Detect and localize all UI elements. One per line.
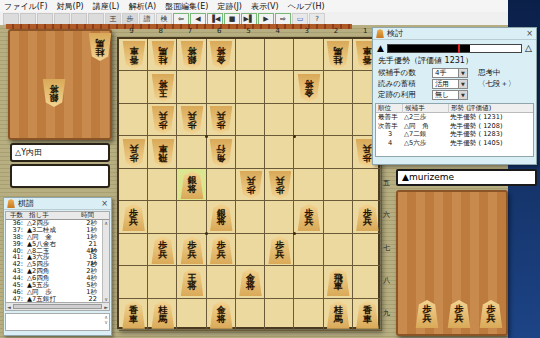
file-label-8: 8 <box>146 27 175 35</box>
square-7-6[interactable] <box>177 201 206 233</box>
square-1-7[interactable] <box>353 234 382 266</box>
square-8-5[interactable] <box>148 169 177 201</box>
gote-piece-桂馬[interactable]: 桂馬 <box>88 33 112 61</box>
evaluation-bar <box>387 44 522 53</box>
star-point <box>293 232 296 235</box>
menu-item-3[interactable]: 解析(A) <box>128 1 156 12</box>
file-label-9: 9 <box>117 27 146 35</box>
square-7-4[interactable] <box>177 136 206 168</box>
square-6-5[interactable] <box>207 169 236 201</box>
analysis-close-icon[interactable]: × <box>526 29 533 38</box>
analysis-window: 検討 × ▲ △ 先手優勢（評価値 1231） 候補手の数4手▼思考中読みの蓄積… <box>372 27 537 165</box>
scrollbar-thumb[interactable] <box>13 304 102 309</box>
square-6-8[interactable] <box>207 266 236 298</box>
menu-item-7[interactable]: ヘルプ(H) <box>288 1 325 12</box>
square-1-5[interactable] <box>353 169 382 201</box>
kifu-vertical-scrollbar[interactable]: ∧ ∨ <box>102 220 109 302</box>
control-row-0: 候補手の数4手▼思考中 <box>373 67 536 78</box>
evaluation-row: ▲ △ <box>373 40 536 54</box>
rank-label-9: 九 <box>383 297 390 329</box>
gote-captured-tray: 桂馬銀将 <box>8 29 112 140</box>
sente-mark: ▲ <box>377 43 384 53</box>
square-2-2[interactable] <box>324 71 353 103</box>
square-4-2[interactable] <box>265 71 294 103</box>
square-5-2[interactable] <box>236 71 265 103</box>
sente-captured-tray: 歩兵歩兵歩兵 <box>396 190 508 336</box>
new-kifu-button[interactable] <box>3 13 19 25</box>
square-2-3[interactable] <box>324 104 353 136</box>
board-edit-button[interactable]: 王 <box>105 13 121 25</box>
square-2-7[interactable] <box>324 234 353 266</box>
kifu-close-icon[interactable]: × <box>101 199 108 208</box>
square-3-5[interactable] <box>294 169 323 201</box>
square-4-8[interactable] <box>265 266 294 298</box>
file-label-6: 6 <box>205 27 234 35</box>
evaluation-bar-marker <box>458 44 460 53</box>
square-3-3[interactable] <box>294 104 323 136</box>
square-4-3[interactable] <box>265 104 294 136</box>
analysis-title: 検討 <box>387 28 403 39</box>
stop-button[interactable]: ■ <box>224 13 240 25</box>
to-start-button[interactable]: ⇦ <box>173 13 189 25</box>
save-kifu-button[interactable] <box>37 13 53 25</box>
back-button[interactable]: ◀ <box>190 13 206 25</box>
dropdown-0[interactable]: 4手▼ <box>432 68 468 78</box>
chevron-down-icon: ▼ <box>458 80 467 88</box>
dropdown-2[interactable]: 無し▼ <box>432 90 468 100</box>
square-6-2[interactable] <box>207 71 236 103</box>
file-label-4: 4 <box>263 27 292 35</box>
menu-item-2[interactable]: 講座(L) <box>93 1 120 12</box>
shogi-app-window: ファイル(F)対局(P)講座(L)解析(A)盤面編集(E)定跡(J)表示(V)ヘ… <box>0 0 508 338</box>
square-3-8[interactable] <box>294 266 323 298</box>
gote-info-box <box>10 164 110 188</box>
square-5-7[interactable] <box>236 234 265 266</box>
kifu-window: 棋譜 × 手数 指し手 時間 36:△2四歩2秒37:▲3二桂成1秒38:△同 … <box>3 197 112 336</box>
square-8-6[interactable] <box>148 201 177 233</box>
analysis-titlebar[interactable]: 検討 × <box>373 28 536 40</box>
scroll-left-icon[interactable]: ◄ <box>7 304 11 310</box>
candidate-row-3[interactable]: 4△5六歩先手優勢 ( 1405) <box>376 139 533 148</box>
scroll-down-icon[interactable]: ∨ <box>104 296 108 302</box>
analysis-window-button[interactable]: 検 <box>156 13 172 25</box>
square-9-7[interactable] <box>119 234 148 266</box>
square-4-9[interactable] <box>265 299 294 331</box>
square-3-7[interactable] <box>294 234 323 266</box>
analysis-piece-icon <box>376 29 384 38</box>
menu-bar: ファイル(F)対局(P)講座(L)解析(A)盤面編集(E)定跡(J)表示(V)ヘ… <box>0 0 508 12</box>
square-4-1[interactable] <box>265 39 294 71</box>
rank-label-8: 八 <box>383 264 390 296</box>
control-row-1: 読みの蓄積活用▼〈七段＋〉 <box>373 78 536 89</box>
candidate-row-2[interactable]: 3△7二銀先手優勢 ( 1283) <box>376 130 533 139</box>
square-8-8[interactable] <box>148 266 177 298</box>
sente-player-name: ▲murizeme <box>396 169 537 186</box>
scroll-right-icon[interactable]: ► <box>104 304 108 310</box>
control-row-2: 定跡の利用無し▼ <box>373 89 536 100</box>
menu-item-4[interactable]: 盤面編集(E) <box>165 1 208 12</box>
candidate-table-header: 順位候補手形勢 (評価値) <box>376 104 533 113</box>
kifu-header: 手数 指し手 時間 <box>5 211 110 220</box>
square-9-8[interactable] <box>119 266 148 298</box>
kifu-window-button[interactable]: 譜 <box>139 13 155 25</box>
scroll-up-icon[interactable]: ∧ <box>104 220 108 226</box>
forward-button[interactable]: ▶ <box>258 13 274 25</box>
chevron-down-icon: ▼ <box>458 69 467 77</box>
comment-scroll-icons[interactable]: ∧∨ <box>104 315 108 325</box>
square-2-5[interactable] <box>324 169 353 201</box>
square-3-9[interactable] <box>294 299 323 331</box>
square-2-6[interactable] <box>324 201 353 233</box>
evaluation-text: 先手優勢（評価値 1231） <box>373 54 536 67</box>
print-button[interactable] <box>54 13 70 25</box>
square-9-5[interactable] <box>119 169 148 201</box>
kifu-title: 棋譜 <box>18 198 34 209</box>
gote-player-name-text: △Y内田 <box>15 148 42 157</box>
rank-label-6: 六 <box>383 199 390 231</box>
square-5-1[interactable] <box>236 39 265 71</box>
candidate-table-rows: 最善手△2三歩先手優勢 ( 1231)次善手△同 角先手優勢 ( 1208)3△… <box>376 113 533 147</box>
kifu-horizontal-scrollbar[interactable]: ◄ ► <box>5 303 110 311</box>
square-2-4[interactable] <box>324 136 353 168</box>
file-label-2: 2 <box>322 27 351 35</box>
square-4-6[interactable] <box>265 201 294 233</box>
file-label-7: 7 <box>175 27 204 35</box>
kifu-titlebar[interactable]: 棋譜 × <box>4 198 111 210</box>
chevron-down-icon: ▼ <box>458 91 467 99</box>
square-7-2[interactable] <box>177 71 206 103</box>
piece-set-button[interactable]: 歩 <box>122 13 138 25</box>
sente-piece-歩兵[interactable]: 歩兵 <box>479 300 503 328</box>
menu-item-6[interactable]: 表示(V) <box>251 1 279 12</box>
square-5-9[interactable] <box>236 299 265 331</box>
help-button[interactable]: ? <box>309 13 325 25</box>
copy-button[interactable] <box>71 13 87 25</box>
square-9-2[interactable] <box>119 71 148 103</box>
candidate-row-1[interactable]: 次善手△同 角先手優勢 ( 1208) <box>376 122 533 131</box>
shogi-board[interactable]: 香車桂馬銀将金将桂馬香車玉将金将歩兵歩兵歩兵歩兵飛車角行歩兵銀将歩兵歩兵歩兵銀将… <box>117 37 380 329</box>
sente-player-name-text: ▲murizeme <box>402 172 454 182</box>
star-point <box>293 135 296 138</box>
gote-mark: △ <box>525 43 532 53</box>
paste-button[interactable] <box>88 13 104 25</box>
square-5-4[interactable] <box>236 136 265 168</box>
kifu-move-list[interactable]: 36:△2四歩2秒37:▲3二桂成1秒38:△同 金1秒39:▲5八金右21秒4… <box>5 220 110 303</box>
kifu-piece-icon <box>7 199 15 208</box>
menu-item-1[interactable]: 対局(P) <box>57 1 84 12</box>
square-3-4[interactable] <box>294 136 323 168</box>
dropdown-1[interactable]: 活用▼ <box>432 79 468 89</box>
square-5-3[interactable] <box>236 104 265 136</box>
to-end-button[interactable]: ⇨ <box>275 13 291 25</box>
menu-item-5[interactable]: 定跡(J) <box>217 1 242 12</box>
file-label-3: 3 <box>292 27 321 35</box>
analysis-controls: 候補手の数4手▼思考中読みの蓄積活用▼〈七段＋〉定跡の利用無し▼ <box>373 67 536 100</box>
square-7-9[interactable] <box>177 299 206 331</box>
sente-piece-歩兵[interactable]: 歩兵 <box>447 300 471 328</box>
kifu-row-47[interactable]: 47:▲7五銀打22秒 <box>6 296 109 303</box>
square-9-3[interactable] <box>119 104 148 136</box>
square-3-1[interactable] <box>294 39 323 71</box>
gote-player-name: △Y内田 <box>10 143 110 162</box>
candidate-move-table[interactable]: 順位候補手形勢 (評価値) 最善手△2三歩先手優勢 ( 1231)次善手△同 角… <box>375 103 534 157</box>
square-4-4[interactable] <box>265 136 294 168</box>
gote-piece-銀将[interactable]: 銀将 <box>42 79 66 107</box>
square-5-6[interactable] <box>236 201 265 233</box>
kifu-comment-box[interactable]: ∧∨ <box>5 313 110 331</box>
file-label-5: 5 <box>234 27 263 35</box>
rank-label-5: 五 <box>383 167 390 199</box>
star-point <box>205 135 208 138</box>
candidate-row-0[interactable]: 最善手△2三歩先手優勢 ( 1231) <box>376 113 533 122</box>
last-move-button[interactable]: ▶▌ <box>241 13 257 25</box>
square-1-8[interactable] <box>353 266 382 298</box>
rank-label-7: 七 <box>383 232 390 264</box>
menu-item-0[interactable]: ファイル(F) <box>4 1 48 12</box>
open-kifu-button[interactable] <box>20 13 36 25</box>
display-button[interactable]: ▭ <box>292 13 308 25</box>
sente-piece-歩兵[interactable]: 歩兵 <box>415 300 439 328</box>
first-move-button[interactable]: ▐◀ <box>207 13 223 25</box>
